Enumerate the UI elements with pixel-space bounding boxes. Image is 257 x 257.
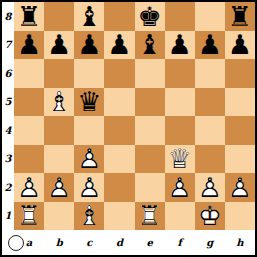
- square-a3[interactable]: [14, 145, 44, 174]
- piece-black-pawn-a7: ♟: [14, 31, 44, 60]
- square-b3[interactable]: [44, 145, 74, 174]
- piece-fill-layer: ♟: [225, 173, 255, 202]
- file-label-e: e: [135, 230, 165, 255]
- piece-white-pawn-h2: ♟♙: [225, 173, 255, 202]
- piece-black-bishop-c8: ♝: [74, 2, 104, 31]
- square-g2[interactable]: ♟♙: [195, 173, 225, 202]
- square-g4[interactable]: [195, 116, 225, 145]
- piece-solid-layer: ♝: [135, 31, 165, 60]
- square-e5[interactable]: [135, 88, 165, 117]
- piece-outline-layer: ♖: [14, 202, 44, 231]
- piece-fill-layer: ♝: [74, 202, 104, 231]
- square-f1[interactable]: [165, 202, 195, 231]
- piece-white-bishop-c1: ♝♗: [74, 202, 104, 231]
- piece-white-pawn-b2: ♟♙: [44, 173, 74, 202]
- square-d6[interactable]: [104, 59, 134, 88]
- piece-fill-layer: ♟: [14, 173, 44, 202]
- piece-fill-layer: ♟: [195, 173, 225, 202]
- square-c3[interactable]: ♟♙: [74, 145, 104, 174]
- piece-fill-layer: ♟: [165, 173, 195, 202]
- piece-black-rook-h8: ♜: [225, 2, 255, 31]
- file-label-h: h: [225, 230, 255, 255]
- piece-outline-layer: ♙: [74, 145, 104, 174]
- piece-outline-layer: ♔: [195, 202, 225, 231]
- square-e7[interactable]: ♝: [135, 31, 165, 60]
- piece-outline-layer: ♗: [74, 202, 104, 231]
- piece-black-queen-c5: ♛: [74, 88, 104, 117]
- piece-black-pawn-d7: ♟: [104, 31, 134, 60]
- piece-black-pawn-c7: ♟: [74, 31, 104, 60]
- square-d3[interactable]: [104, 145, 134, 174]
- square-b2[interactable]: ♟♙: [44, 173, 74, 202]
- square-c8[interactable]: ♝: [74, 2, 104, 31]
- square-h6[interactable]: [225, 59, 255, 88]
- square-b6[interactable]: [44, 59, 74, 88]
- piece-solid-layer: ♟: [104, 31, 134, 60]
- piece-white-pawn-a2: ♟♙: [14, 173, 44, 202]
- white-to-move-indicator: [8, 235, 24, 251]
- piece-outline-layer: ♙: [44, 173, 74, 202]
- square-c1[interactable]: ♝♗: [74, 202, 104, 231]
- square-h7[interactable]: ♟: [225, 31, 255, 60]
- piece-white-king-g1: ♚♔: [195, 202, 225, 231]
- square-g7[interactable]: ♟: [195, 31, 225, 60]
- piece-white-queen-f3: ♛♕: [165, 145, 195, 174]
- square-e8[interactable]: ♚: [135, 2, 165, 31]
- square-g6[interactable]: [195, 59, 225, 88]
- rank-label-4: 4: [2, 116, 14, 145]
- square-c6[interactable]: [74, 59, 104, 88]
- square-a6[interactable]: [14, 59, 44, 88]
- rank-label-2: 2: [2, 173, 14, 202]
- square-b4[interactable]: [44, 116, 74, 145]
- piece-black-bishop-e7: ♝: [135, 31, 165, 60]
- piece-outline-layer: ♙: [165, 173, 195, 202]
- piece-black-rook-a8: ♜: [14, 2, 44, 31]
- square-f5[interactable]: [165, 88, 195, 117]
- square-d7[interactable]: ♟: [104, 31, 134, 60]
- file-label-f: f: [165, 230, 195, 255]
- piece-fill-layer: ♜: [14, 202, 44, 231]
- piece-black-pawn-g7: ♟: [195, 31, 225, 60]
- piece-white-bishop-b5: ♝♗: [44, 88, 74, 117]
- rank-label-6: 6: [2, 59, 14, 88]
- square-h1[interactable]: [225, 202, 255, 231]
- square-c5[interactable]: ♛: [74, 88, 104, 117]
- square-d8[interactable]: [104, 2, 134, 31]
- piece-outline-layer: ♗: [44, 88, 74, 117]
- piece-outline-layer: ♙: [74, 173, 104, 202]
- piece-outline-layer: ♖: [135, 202, 165, 231]
- square-b7[interactable]: ♟: [44, 31, 74, 60]
- piece-fill-layer: ♟: [74, 173, 104, 202]
- piece-black-king-e8: ♚: [135, 2, 165, 31]
- piece-solid-layer: ♚: [135, 2, 165, 31]
- piece-white-pawn-g2: ♟♙: [195, 173, 225, 202]
- square-h5[interactable]: [225, 88, 255, 117]
- square-e3[interactable]: [135, 145, 165, 174]
- rank-label-7: 7: [2, 31, 14, 60]
- square-h3[interactable]: [225, 145, 255, 174]
- piece-solid-layer: ♜: [14, 2, 44, 31]
- piece-solid-layer: ♟: [44, 31, 74, 60]
- square-a2[interactable]: ♟♙: [14, 173, 44, 202]
- square-f6[interactable]: [165, 59, 195, 88]
- board-grid: 8♜♝♚♜7♟♟♟♟♝♟♟♟65♝♗♛43♟♙♛♕2♟♙♟♙♟♙♟♙♟♙♟♙1♜…: [2, 2, 255, 255]
- square-c4[interactable]: [74, 116, 104, 145]
- piece-fill-layer: ♛: [165, 145, 195, 174]
- piece-solid-layer: ♟: [14, 31, 44, 60]
- square-a1[interactable]: ♜♖: [14, 202, 44, 231]
- square-b1[interactable]: [44, 202, 74, 231]
- piece-black-pawn-b7: ♟: [44, 31, 74, 60]
- square-h2[interactable]: ♟♙: [225, 173, 255, 202]
- piece-solid-layer: ♟: [195, 31, 225, 60]
- piece-outline-layer: ♙: [195, 173, 225, 202]
- square-g1[interactable]: ♚♔: [195, 202, 225, 231]
- piece-black-pawn-h7: ♟: [225, 31, 255, 60]
- file-label-b: b: [44, 230, 74, 255]
- piece-solid-layer: ♟: [225, 31, 255, 60]
- piece-solid-layer: ♜: [225, 2, 255, 31]
- square-d5[interactable]: [104, 88, 134, 117]
- square-h4[interactable]: [225, 116, 255, 145]
- file-label-d: d: [104, 230, 134, 255]
- square-f2[interactable]: ♟♙: [165, 173, 195, 202]
- square-f8[interactable]: [165, 2, 195, 31]
- piece-fill-layer: ♟: [74, 145, 104, 174]
- piece-solid-layer: ♝: [74, 2, 104, 31]
- square-d2[interactable]: [104, 173, 134, 202]
- piece-white-rook-a1: ♜♖: [14, 202, 44, 231]
- square-d1[interactable]: [104, 202, 134, 231]
- square-a4[interactable]: [14, 116, 44, 145]
- piece-black-pawn-f7: ♟: [165, 31, 195, 60]
- piece-outline-layer: ♕: [165, 145, 195, 174]
- square-e2[interactable]: [135, 173, 165, 202]
- piece-outline-layer: ♙: [225, 173, 255, 202]
- square-a8[interactable]: ♜: [14, 2, 44, 31]
- square-g8[interactable]: [195, 2, 225, 31]
- square-c2[interactable]: ♟♙: [74, 173, 104, 202]
- square-g3[interactable]: [195, 145, 225, 174]
- piece-solid-layer: ♛: [74, 88, 104, 117]
- square-d4[interactable]: [104, 116, 134, 145]
- square-f3[interactable]: ♛♕: [165, 145, 195, 174]
- file-label-g: g: [195, 230, 225, 255]
- square-a5[interactable]: [14, 88, 44, 117]
- piece-outline-layer: ♙: [14, 173, 44, 202]
- square-e4[interactable]: [135, 116, 165, 145]
- rank-label-5: 5: [2, 88, 14, 117]
- piece-fill-layer: ♜: [135, 202, 165, 231]
- square-f4[interactable]: [165, 116, 195, 145]
- square-b5[interactable]: ♝♗: [44, 88, 74, 117]
- piece-white-pawn-f2: ♟♙: [165, 173, 195, 202]
- square-e1[interactable]: ♜♖: [135, 202, 165, 231]
- square-c7[interactable]: ♟: [74, 31, 104, 60]
- piece-fill-layer: ♝: [44, 88, 74, 117]
- rank-label-1: 1: [2, 202, 14, 231]
- square-h8[interactable]: ♜: [225, 2, 255, 31]
- piece-white-pawn-c3: ♟♙: [74, 145, 104, 174]
- chess-board-frame: 8♜♝♚♜7♟♟♟♟♝♟♟♟65♝♗♛43♟♙♛♕2♟♙♟♙♟♙♟♙♟♙♟♙1♜…: [0, 0, 257, 257]
- square-e6[interactable]: [135, 59, 165, 88]
- file-label-c: c: [74, 230, 104, 255]
- rank-label-3: 3: [2, 145, 14, 174]
- piece-fill-layer: ♟: [44, 173, 74, 202]
- piece-solid-layer: ♟: [165, 31, 195, 60]
- piece-fill-layer: ♚: [195, 202, 225, 231]
- piece-solid-layer: ♟: [74, 31, 104, 60]
- square-b8[interactable]: [44, 2, 74, 31]
- piece-white-rook-e1: ♜♖: [135, 202, 165, 231]
- square-g5[interactable]: [195, 88, 225, 117]
- square-a7[interactable]: ♟: [14, 31, 44, 60]
- rank-label-8: 8: [2, 2, 14, 31]
- square-f7[interactable]: ♟: [165, 31, 195, 60]
- piece-white-pawn-c2: ♟♙: [74, 173, 104, 202]
